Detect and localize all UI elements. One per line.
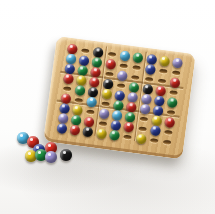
empty-hole <box>159 68 168 74</box>
board-grid <box>55 43 185 144</box>
empty-hole <box>105 71 114 77</box>
empty-hole <box>75 98 84 104</box>
sudoku-board <box>43 36 196 159</box>
empty-hole <box>131 75 140 81</box>
empty-hole <box>163 140 172 146</box>
empty-hole <box>170 90 179 96</box>
empty-hole <box>133 65 142 71</box>
ball-green <box>109 130 120 141</box>
empty-hole <box>123 134 132 140</box>
tray-ball-purple[interactable] <box>45 151 57 163</box>
tray-ball-black[interactable] <box>60 149 72 161</box>
empty-hole <box>158 78 167 84</box>
empty-hole <box>98 121 107 127</box>
empty-hole <box>167 110 176 116</box>
empty-hole <box>139 116 148 122</box>
empty-hole <box>172 70 181 76</box>
empty-hole <box>63 86 72 92</box>
ball-blue <box>56 123 67 134</box>
ball-black <box>82 126 93 137</box>
empty-hole <box>164 130 173 136</box>
ball-yellow <box>96 128 107 139</box>
ball-yellow <box>135 133 146 144</box>
empty-hole <box>117 83 126 89</box>
empty-hole <box>81 48 90 54</box>
empty-hole <box>150 138 159 144</box>
product-photo-scene <box>0 0 215 214</box>
empty-hole <box>86 109 95 115</box>
empty-hole <box>145 77 154 83</box>
empty-hole <box>138 126 147 132</box>
board-cell[interactable] <box>160 136 175 148</box>
empty-hole <box>107 52 116 58</box>
ball-red <box>69 125 80 136</box>
empty-hole <box>119 63 128 69</box>
empty-hole <box>101 101 110 107</box>
